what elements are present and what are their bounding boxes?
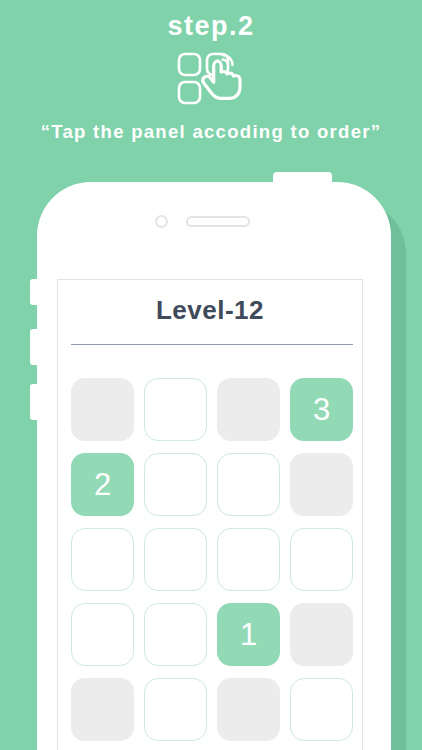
grid-cell-gray[interactable]	[71, 378, 134, 441]
grid-cell-empty[interactable]	[71, 603, 134, 666]
grid-cell-target-3[interactable]: 3	[290, 378, 353, 441]
grid-cell-target-1[interactable]: 1	[217, 603, 280, 666]
grid-cell-empty[interactable]	[217, 453, 280, 516]
level-divider	[71, 344, 353, 345]
grid-cell-target-2[interactable]: 2	[71, 453, 134, 516]
tap-grid: 321	[71, 378, 353, 741]
phone-power-button	[273, 172, 332, 186]
grid-cell-empty[interactable]	[144, 678, 207, 741]
grid-cell-empty[interactable]	[144, 378, 207, 441]
grid-cell-empty[interactable]	[290, 528, 353, 591]
grid-cell-gray[interactable]	[217, 378, 280, 441]
pointing-hand-icon	[203, 61, 240, 98]
phone-volume-up-button	[30, 329, 38, 365]
grid-cell-empty[interactable]	[144, 453, 207, 516]
phone-camera-icon	[155, 215, 168, 228]
grid-cell-gray[interactable]	[290, 453, 353, 516]
step-title: step.2	[0, 11, 422, 42]
grid-cell-empty[interactable]	[217, 528, 280, 591]
grid-cell-empty[interactable]	[144, 603, 207, 666]
phone-speaker-icon	[186, 216, 250, 227]
phone-volume-down-button	[30, 384, 38, 420]
grid-cell-empty[interactable]	[71, 528, 134, 591]
grid-cell-empty[interactable]	[290, 678, 353, 741]
tap-hand-icon	[176, 49, 246, 115]
grid-cell-gray[interactable]	[71, 678, 134, 741]
grid-cell-gray[interactable]	[217, 678, 280, 741]
level-title: Level-12	[58, 295, 362, 326]
phone-screen: Level-12 321	[57, 279, 363, 750]
grid-cell-empty[interactable]	[144, 528, 207, 591]
phone-mute-switch	[30, 279, 38, 305]
tutorial-screenshot: step.2 “Tap the panel accoding to order”…	[0, 0, 422, 750]
phone-mockup: Level-12 321	[37, 182, 391, 750]
tutorial-caption: “Tap the panel accoding to order”	[0, 121, 422, 143]
panel-outline-top-left	[179, 54, 200, 75]
grid-cell-gray[interactable]	[290, 603, 353, 666]
panel-outline-bottom-left	[179, 82, 200, 103]
